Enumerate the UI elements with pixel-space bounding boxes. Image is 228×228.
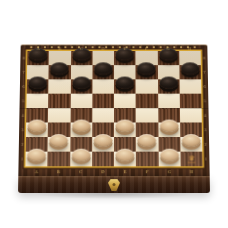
coordinate-label: 4 [202, 108, 208, 122]
coordinate-label: H [180, 169, 202, 174]
piece-dark-d7[interactable] [94, 62, 113, 74]
square-g1[interactable] [158, 152, 180, 167]
coordinate-label: 1 [203, 152, 209, 167]
coordinate-label: B [47, 169, 69, 174]
square-d7[interactable] [92, 65, 114, 79]
file-labels-bottom: ABCDEFGH [25, 169, 202, 174]
square-a3[interactable] [26, 122, 48, 137]
square-f6[interactable] [136, 79, 158, 93]
coordinate-label: H [179, 46, 201, 51]
board-surface: ABCDEFGH 87654321 87654321 ♛ ABCDEFGH [18, 44, 209, 176]
square-e5[interactable] [114, 94, 136, 108]
coordinate-label: 4 [20, 108, 26, 122]
piece-light-e3[interactable] [116, 120, 135, 133]
folding-board-box: ABCDEFGH 87654321 87654321 ♛ ABCDEFGH [18, 44, 210, 193]
square-b5[interactable] [48, 94, 70, 108]
coordinate-label: F [136, 46, 158, 51]
square-c5[interactable] [70, 94, 92, 108]
square-g8[interactable] [157, 51, 179, 65]
piece-dark-c6[interactable] [72, 77, 91, 89]
coordinate-label: 6 [20, 79, 26, 93]
piece-dark-b7[interactable] [50, 62, 69, 74]
piece-light-f2[interactable] [138, 134, 157, 147]
piece-dark-h7[interactable] [181, 62, 200, 74]
square-h2[interactable] [180, 137, 202, 152]
square-f7[interactable] [136, 65, 158, 79]
brass-latch-icon [108, 179, 120, 191]
coordinate-label: 6 [202, 79, 208, 93]
fold-seam [20, 108, 209, 109]
square-c1[interactable] [70, 152, 92, 167]
coordinate-label: D [92, 46, 114, 51]
coordinate-label: 5 [20, 94, 26, 108]
latch-pin [113, 183, 116, 186]
piece-light-d2[interactable] [94, 134, 113, 147]
file-labels-top: ABCDEFGH [27, 46, 200, 51]
square-f4[interactable] [136, 108, 158, 122]
square-a8[interactable] [27, 51, 49, 65]
piece-dark-g6[interactable] [159, 77, 178, 89]
square-e3[interactable] [114, 122, 136, 137]
coordinate-label: D [92, 169, 114, 174]
square-a5[interactable] [26, 94, 48, 108]
piece-light-h2[interactable] [182, 134, 201, 147]
piece-light-g3[interactable] [159, 120, 178, 133]
square-e1[interactable] [114, 152, 136, 167]
coordinate-label: G [158, 169, 180, 174]
piece-light-e1[interactable] [116, 149, 135, 162]
coordinate-label: 1 [19, 152, 25, 167]
square-h7[interactable] [179, 65, 201, 79]
square-e8[interactable] [114, 51, 136, 65]
coordinate-label: E [114, 46, 136, 51]
square-d5[interactable] [92, 94, 114, 108]
piece-dark-f7[interactable] [137, 62, 156, 74]
piece-light-b2[interactable] [49, 134, 68, 147]
coordinate-label: E [114, 169, 136, 174]
square-a6[interactable] [27, 79, 49, 93]
square-h5[interactable] [179, 94, 201, 108]
square-h6[interactable] [179, 79, 201, 93]
square-b7[interactable] [49, 65, 71, 79]
coordinate-label: 2 [203, 137, 209, 152]
piece-dark-a6[interactable] [28, 77, 47, 89]
square-h1[interactable]: ♛ [180, 152, 202, 167]
square-d4[interactable] [92, 108, 114, 122]
coordinate-label: C [70, 169, 92, 174]
piece-light-a3[interactable] [28, 120, 47, 133]
square-d2[interactable] [92, 137, 114, 152]
piece-light-c3[interactable] [72, 120, 91, 133]
product-photo-scene: ABCDEFGH 87654321 87654321 ♛ ABCDEFGH [0, 0, 228, 228]
square-f1[interactable] [136, 152, 158, 167]
coordinate-label: 3 [202, 122, 208, 137]
rank-labels-right: 87654321 [201, 51, 209, 166]
box-front-face [18, 176, 210, 193]
square-f5[interactable] [136, 94, 158, 108]
square-g3[interactable] [158, 122, 180, 137]
coordinate-label: F [136, 169, 158, 174]
piece-light-a1[interactable] [27, 149, 46, 162]
coordinate-label: 8 [21, 51, 27, 65]
coordinate-label: 3 [20, 122, 26, 137]
coordinate-label: 7 [201, 65, 207, 79]
coordinate-label: 7 [21, 65, 27, 79]
coordinate-label: G [157, 46, 179, 51]
square-e6[interactable] [114, 79, 136, 93]
square-d1[interactable] [92, 152, 114, 167]
piece-dark-e6[interactable] [116, 77, 135, 89]
coordinate-label: B [49, 46, 71, 51]
piece-light-c1[interactable] [71, 149, 90, 162]
square-b1[interactable] [48, 152, 70, 167]
square-c8[interactable] [71, 51, 93, 65]
coordinate-label: A [25, 169, 47, 174]
square-g5[interactable] [158, 94, 180, 108]
coordinate-label: 2 [19, 137, 25, 152]
square-b2[interactable] [48, 137, 70, 152]
square-b4[interactable] [48, 108, 70, 122]
coordinate-label: 8 [201, 51, 207, 65]
maker-stamp: ♛ [187, 155, 195, 163]
square-d6[interactable] [92, 79, 114, 93]
square-g6[interactable] [158, 79, 180, 93]
square-c6[interactable] [70, 79, 92, 93]
coordinate-label: 5 [202, 94, 208, 108]
piece-light-g1[interactable] [160, 149, 179, 162]
square-b6[interactable] [49, 79, 71, 93]
coordinate-label: C [71, 46, 93, 51]
coordinate-label: A [27, 46, 49, 51]
square-a1[interactable] [25, 152, 47, 167]
square-c3[interactable] [70, 122, 92, 137]
square-f2[interactable] [136, 137, 158, 152]
square-h4[interactable] [180, 108, 202, 122]
